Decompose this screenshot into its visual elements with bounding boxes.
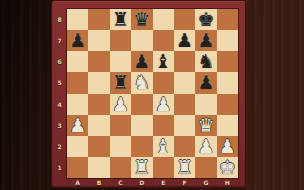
square-d7[interactable] [131,30,152,51]
square-b2[interactable] [88,136,109,157]
square-a5[interactable] [67,72,88,93]
chess-board: ♜♛♚♟♟♟♟♝♞♜♞♟♟♟♟♛♝♟♟♜♜♚ [67,9,238,178]
piece-white-king[interactable]: ♚ [219,157,236,176]
square-d8[interactable]: ♛ [131,9,152,30]
square-c7[interactable] [110,30,131,51]
rank-label-2: 2 [52,136,67,157]
piece-white-queen[interactable]: ♛ [197,115,214,134]
square-h8[interactable] [217,9,238,30]
square-h2[interactable]: ♟ [217,136,238,157]
square-f7[interactable]: ♟ [174,30,195,51]
square-e5[interactable] [153,72,174,93]
square-d4[interactable] [131,94,152,115]
piece-black-bishop[interactable]: ♝ [155,52,172,71]
rank-label-8: 8 [52,9,67,30]
square-c8[interactable]: ♜ [110,9,131,30]
file-label-d: D [131,178,152,187]
square-b3[interactable] [88,115,109,136]
square-h5[interactable] [217,72,238,93]
rank-label-4: 4 [52,94,67,115]
square-f3[interactable] [174,115,195,136]
file-label-a: A [67,178,88,187]
square-d5[interactable]: ♞ [131,72,152,93]
piece-white-rook[interactable]: ♜ [133,157,150,176]
piece-white-pawn[interactable]: ♟ [197,136,214,155]
file-label-g: G [195,178,216,187]
square-c4[interactable]: ♟ [110,94,131,115]
file-label-h: H [217,178,238,187]
piece-white-pawn[interactable]: ♟ [219,136,236,155]
piece-black-queen[interactable]: ♛ [133,10,150,29]
square-a1[interactable] [67,157,88,178]
rank-label-3: 3 [52,115,67,136]
piece-black-king[interactable]: ♚ [197,10,214,29]
square-e2[interactable]: ♝ [153,136,174,157]
square-e4[interactable]: ♟ [153,94,174,115]
chess-board-frame: 87654321 ♜♛♚♟♟♟♟♝♞♜♞♟♟♟♟♛♝♟♟♜♜♚ ABCDEFGH [52,1,245,187]
square-a8[interactable] [67,9,88,30]
square-e6[interactable]: ♝ [153,51,174,72]
square-g5[interactable]: ♟ [195,72,216,93]
square-f5[interactable] [174,72,195,93]
square-d1[interactable]: ♜ [131,157,152,178]
square-a3[interactable]: ♟ [67,115,88,136]
square-e1[interactable] [153,157,174,178]
square-h3[interactable] [217,115,238,136]
square-f1[interactable]: ♜ [174,157,195,178]
square-c5[interactable]: ♜ [110,72,131,93]
file-label-c: C [110,178,131,187]
square-h7[interactable] [217,30,238,51]
square-b5[interactable] [88,72,109,93]
square-h6[interactable] [217,51,238,72]
square-b7[interactable] [88,30,109,51]
piece-black-pawn[interactable]: ♟ [133,52,150,71]
square-f4[interactable] [174,94,195,115]
square-c3[interactable] [110,115,131,136]
square-d3[interactable] [131,115,152,136]
square-f2[interactable] [174,136,195,157]
square-e8[interactable] [153,9,174,30]
piece-black-rook[interactable]: ♜ [112,73,129,92]
piece-black-pawn[interactable]: ♟ [197,31,214,50]
square-h1[interactable]: ♚ [217,157,238,178]
file-coordinate-labels: ABCDEFGH [67,178,238,187]
square-d6[interactable]: ♟ [131,51,152,72]
piece-white-pawn[interactable]: ♟ [112,94,129,113]
square-a4[interactable] [67,94,88,115]
square-a2[interactable] [67,136,88,157]
square-a6[interactable] [67,51,88,72]
square-b4[interactable] [88,94,109,115]
square-b6[interactable] [88,51,109,72]
wood-background: 87654321 ♜♛♚♟♟♟♟♝♞♜♞♟♟♟♟♛♝♟♟♜♜♚ ABCDEFGH [0,0,304,190]
square-d2[interactable] [131,136,152,157]
square-f6[interactable] [174,51,195,72]
square-h4[interactable] [217,94,238,115]
square-b1[interactable] [88,157,109,178]
piece-white-knight[interactable]: ♞ [133,73,150,92]
rank-coordinate-labels: 87654321 [52,9,67,178]
piece-white-pawn[interactable]: ♟ [155,94,172,113]
square-c1[interactable] [110,157,131,178]
piece-black-pawn[interactable]: ♟ [197,73,214,92]
square-g3[interactable]: ♛ [195,115,216,136]
piece-white-bishop[interactable]: ♝ [155,136,172,155]
square-g4[interactable] [195,94,216,115]
square-g7[interactable]: ♟ [195,30,216,51]
file-label-b: B [88,178,109,187]
file-label-f: F [174,178,195,187]
square-g2[interactable]: ♟ [195,136,216,157]
piece-white-rook[interactable]: ♜ [176,157,193,176]
square-g1[interactable] [195,157,216,178]
piece-black-rook[interactable]: ♜ [112,10,129,29]
piece-black-pawn[interactable]: ♟ [176,31,193,50]
rank-label-7: 7 [52,30,67,51]
rank-label-6: 6 [52,51,67,72]
square-f8[interactable] [174,9,195,30]
square-b8[interactable] [88,9,109,30]
piece-white-pawn[interactable]: ♟ [69,115,86,134]
piece-black-knight[interactable]: ♞ [197,52,214,71]
square-c6[interactable] [110,51,131,72]
square-e7[interactable] [153,30,174,51]
square-a7[interactable]: ♟ [67,30,88,51]
file-label-e: E [153,178,174,187]
rank-label-1: 1 [52,157,67,178]
square-e3[interactable] [153,115,174,136]
piece-black-pawn[interactable]: ♟ [69,31,86,50]
square-g6[interactable]: ♞ [195,51,216,72]
square-g8[interactable]: ♚ [195,9,216,30]
square-c2[interactable] [110,136,131,157]
rank-label-5: 5 [52,72,67,93]
